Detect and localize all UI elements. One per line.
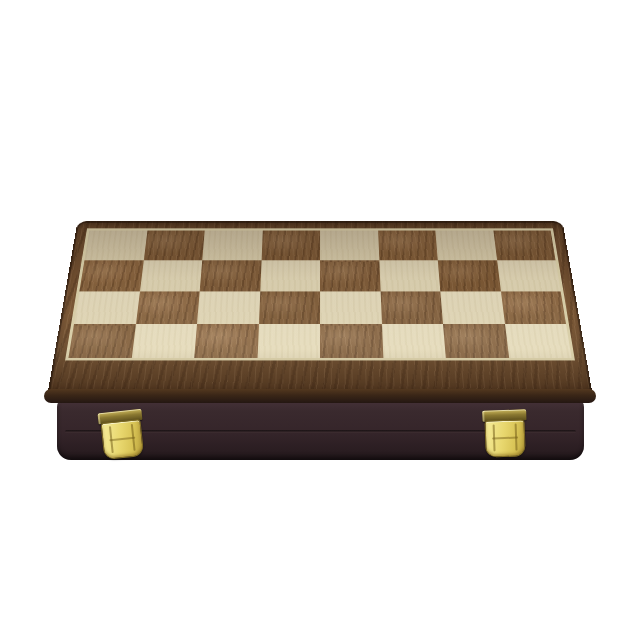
left-latch-groove — [109, 436, 135, 441]
board-square — [443, 324, 509, 358]
board-square — [493, 231, 556, 261]
board-square — [257, 324, 320, 358]
board-square — [378, 231, 438, 261]
board-pinstripe — [65, 228, 575, 360]
board-square — [259, 291, 320, 323]
board-square — [320, 260, 380, 291]
board-square — [261, 231, 320, 261]
board-square — [500, 291, 566, 323]
board-square — [260, 260, 320, 291]
board-square — [136, 291, 200, 323]
left-latch — [94, 408, 151, 463]
board-square — [380, 291, 443, 323]
board-square — [68, 324, 135, 358]
board-lid — [47, 221, 593, 397]
board-square — [202, 231, 262, 261]
right-latch-groove — [492, 436, 518, 439]
board-square — [143, 231, 204, 261]
chess-box-photo: Closed wooden folding chess box with an … — [0, 0, 640, 640]
board-square — [438, 260, 501, 291]
left-latch-flap — [101, 419, 145, 460]
board-square — [320, 291, 381, 323]
board-square — [497, 260, 561, 291]
board-square — [79, 260, 143, 291]
chess-board-half — [68, 231, 571, 358]
board-square — [194, 324, 258, 358]
board-square — [74, 291, 140, 323]
board-square — [379, 260, 440, 291]
board-square — [197, 291, 260, 323]
right-latch — [478, 409, 532, 461]
right-latch-flap — [484, 419, 525, 457]
board-square — [131, 324, 197, 358]
lid-front-edge — [44, 389, 596, 403]
board-square — [200, 260, 261, 291]
board-square — [435, 231, 496, 261]
board-square — [320, 324, 383, 358]
board-square — [84, 231, 147, 261]
board-square — [440, 291, 504, 323]
photo-caption: Closed wooden folding chess box with an … — [0, 0, 1, 1]
board-square — [140, 260, 203, 291]
board-square — [320, 231, 379, 261]
board-square — [381, 324, 445, 358]
board-square — [504, 324, 571, 358]
